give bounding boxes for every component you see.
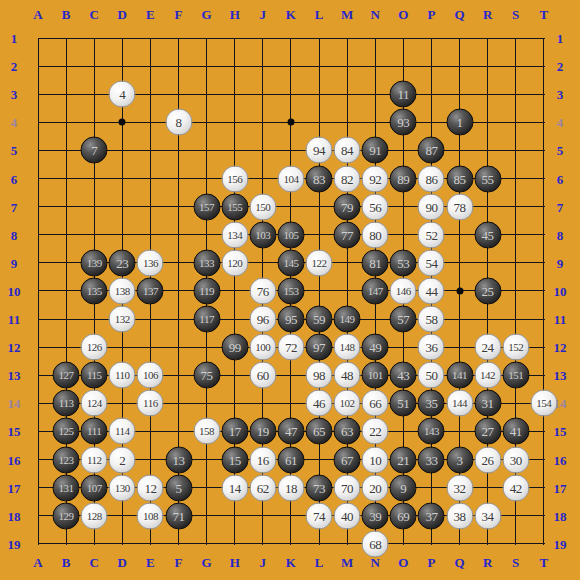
stone-move-number: 42 (510, 481, 522, 494)
coord-label-top-C: C (89, 8, 98, 21)
coord-label-left-13: 13 (8, 369, 21, 382)
stone-white-M14: 102 (334, 390, 361, 417)
stone-white-D15: 114 (109, 418, 136, 445)
stone-move-number: 58 (425, 313, 437, 326)
stone-white-M13: 48 (334, 362, 361, 389)
coord-label-top-E: E (146, 8, 155, 21)
stone-white-N15: 22 (362, 418, 389, 445)
coord-label-left-16: 16 (8, 453, 21, 466)
stone-move-number: 108 (143, 510, 158, 521)
coord-label-bottom-S: S (512, 556, 519, 569)
stone-black-P18: 37 (418, 502, 445, 529)
stone-move-number: 38 (454, 509, 466, 522)
stone-move-number: 142 (480, 370, 495, 381)
stone-move-number: 90 (425, 200, 437, 213)
coord-label-right-1: 1 (557, 32, 564, 45)
stone-move-number: 85 (454, 172, 466, 185)
stone-black-C13: 115 (81, 362, 108, 389)
stone-white-C18: 128 (81, 502, 108, 529)
stone-black-G9: 133 (193, 249, 220, 276)
stone-move-number: 27 (482, 425, 494, 438)
stone-move-number: 129 (59, 510, 74, 521)
stone-move-number: 135 (87, 285, 102, 296)
stone-white-H6: 156 (221, 165, 248, 192)
stone-black-C5: 7 (81, 137, 108, 164)
stone-move-number: 46 (313, 397, 325, 410)
stone-move-number: 12 (144, 481, 156, 494)
stone-move-number: 156 (227, 173, 242, 184)
stone-move-number: 119 (199, 285, 214, 296)
stone-move-number: 16 (257, 453, 269, 466)
coord-label-top-K: K (286, 8, 296, 21)
stone-move-number: 103 (255, 229, 270, 240)
stone-move-number: 93 (397, 116, 409, 129)
stone-black-R10: 25 (474, 277, 501, 304)
stone-white-Q18: 38 (446, 502, 473, 529)
stone-move-number: 7 (91, 144, 97, 157)
stone-white-R18: 34 (474, 502, 501, 529)
coord-label-top-A: A (33, 8, 42, 21)
stone-white-Q7: 78 (446, 193, 473, 220)
stone-black-M7: 79 (334, 193, 361, 220)
stone-black-M8: 77 (334, 221, 361, 248)
coord-label-bottom-N: N (370, 556, 379, 569)
stone-move-number: 144 (452, 398, 467, 409)
stone-black-G10: 119 (193, 277, 220, 304)
stone-move-number: 147 (368, 285, 383, 296)
coord-label-right-18: 18 (554, 509, 567, 522)
coord-label-bottom-R: R (483, 556, 492, 569)
stone-black-M16: 67 (334, 446, 361, 473)
stone-white-L18: 74 (306, 502, 333, 529)
stone-white-S16: 30 (502, 446, 529, 473)
stone-black-K11: 95 (277, 306, 304, 333)
go-board[interactable]: AABBCCDDEEFFGGHHJJKKLLMMNNOOPPQQRRSSTT11… (0, 0, 580, 580)
stone-white-D17: 130 (109, 474, 136, 501)
stone-black-P14: 35 (418, 390, 445, 417)
coord-label-left-15: 15 (8, 425, 21, 438)
stone-white-P11: 58 (418, 306, 445, 333)
coord-label-right-11: 11 (554, 313, 566, 326)
stone-black-G13: 75 (193, 362, 220, 389)
hoshi-dot-Q10 (456, 287, 463, 294)
stone-move-number: 56 (369, 200, 381, 213)
stone-white-T14: 154 (530, 390, 557, 417)
stone-white-D10: 138 (109, 277, 136, 304)
coord-label-top-B: B (62, 8, 71, 21)
coord-label-top-T: T (539, 8, 548, 21)
stone-white-P13: 50 (418, 362, 445, 389)
stone-move-number: 81 (369, 256, 381, 269)
stone-black-P15: 143 (418, 418, 445, 445)
stone-black-O9: 53 (390, 249, 417, 276)
stone-move-number: 82 (341, 172, 353, 185)
stone-white-M18: 40 (334, 502, 361, 529)
stone-black-L15: 65 (306, 418, 333, 445)
hoshi-dot-D4 (119, 119, 126, 126)
coord-label-bottom-T: T (539, 556, 548, 569)
coord-label-top-O: O (398, 8, 408, 21)
stone-white-K17: 18 (277, 474, 304, 501)
stone-move-number: 71 (173, 509, 185, 522)
stone-move-number: 148 (340, 342, 355, 353)
stone-black-Q6: 85 (446, 165, 473, 192)
stone-move-number: 120 (227, 257, 242, 268)
stone-move-number: 13 (173, 453, 185, 466)
coord-label-left-7: 7 (11, 200, 18, 213)
stone-black-B17: 131 (53, 474, 80, 501)
stone-move-number: 130 (115, 482, 130, 493)
stone-white-D13: 110 (109, 362, 136, 389)
stone-move-number: 101 (368, 370, 383, 381)
stone-white-P7: 90 (418, 193, 445, 220)
stone-white-K12: 72 (277, 334, 304, 361)
coord-label-right-8: 8 (557, 228, 564, 241)
stone-move-number: 113 (59, 398, 74, 409)
coord-label-left-10: 10 (8, 284, 21, 297)
coord-label-right-16: 16 (554, 453, 567, 466)
stone-move-number: 122 (312, 257, 327, 268)
stone-move-number: 62 (257, 481, 269, 494)
stone-black-K15: 47 (277, 418, 304, 445)
coord-label-top-N: N (370, 8, 379, 21)
coord-label-right-5: 5 (557, 144, 564, 157)
stone-move-number: 41 (510, 425, 522, 438)
stone-move-number: 137 (143, 285, 158, 296)
stone-white-M6: 82 (334, 165, 361, 192)
stone-move-number: 154 (536, 398, 551, 409)
stone-move-number: 92 (369, 172, 381, 185)
stone-move-number: 80 (369, 228, 381, 241)
stone-black-L12: 97 (306, 334, 333, 361)
coord-label-bottom-G: G (202, 556, 212, 569)
coord-label-bottom-F: F (175, 556, 183, 569)
stone-move-number: 83 (313, 172, 325, 185)
stone-move-number: 37 (425, 509, 437, 522)
stone-black-H12: 99 (221, 334, 248, 361)
stone-white-E9: 136 (137, 249, 164, 276)
stone-move-number: 20 (369, 481, 381, 494)
stone-move-number: 54 (425, 256, 437, 269)
stone-move-number: 70 (341, 481, 353, 494)
stone-white-O10: 146 (390, 277, 417, 304)
stone-move-number: 111 (87, 426, 101, 437)
stone-white-N14: 66 (362, 390, 389, 417)
stone-black-H7: 155 (221, 193, 248, 220)
stone-move-number: 146 (396, 285, 411, 296)
stone-white-E17: 12 (137, 474, 164, 501)
stone-move-number: 134 (227, 229, 242, 240)
stone-white-C16: 112 (81, 446, 108, 473)
coord-label-right-3: 3 (557, 88, 564, 101)
stone-move-number: 15 (229, 453, 241, 466)
stone-black-N5: 91 (362, 137, 389, 164)
stone-black-P5: 87 (418, 137, 445, 164)
coord-label-bottom-Q: Q (454, 556, 464, 569)
stone-black-N12: 49 (362, 334, 389, 361)
coord-label-right-7: 7 (557, 200, 564, 213)
coord-label-bottom-B: B (62, 556, 71, 569)
stone-move-number: 150 (255, 201, 270, 212)
grid-line-horizontal (38, 150, 545, 151)
coord-label-left-6: 6 (11, 172, 18, 185)
stone-black-H16: 15 (221, 446, 248, 473)
stone-black-B13: 127 (53, 362, 80, 389)
stone-black-O3: 11 (390, 81, 417, 108)
stone-move-number: 133 (199, 257, 214, 268)
stone-black-L6: 83 (306, 165, 333, 192)
stone-white-N8: 80 (362, 221, 389, 248)
stone-move-number: 126 (87, 342, 102, 353)
stone-black-N18: 39 (362, 502, 389, 529)
stone-move-number: 105 (283, 229, 298, 240)
stone-black-B14: 113 (53, 390, 80, 417)
coord-label-top-R: R (483, 8, 492, 21)
stone-move-number: 98 (313, 369, 325, 382)
go-kifu-diagram: { "game": "go", "board_size": 19, "colum… (0, 0, 580, 580)
stone-white-R13: 142 (474, 362, 501, 389)
stone-move-number: 14 (229, 481, 241, 494)
stone-move-number: 33 (425, 453, 437, 466)
coord-label-top-S: S (512, 8, 519, 21)
stone-move-number: 57 (397, 313, 409, 326)
stone-move-number: 31 (482, 397, 494, 410)
stone-black-O13: 43 (390, 362, 417, 389)
stone-move-number: 141 (452, 370, 467, 381)
stone-white-K6: 104 (277, 165, 304, 192)
stone-black-R8: 45 (474, 221, 501, 248)
stone-black-J8: 103 (249, 221, 276, 248)
stone-black-O11: 57 (390, 306, 417, 333)
coord-label-left-2: 2 (11, 60, 18, 73)
stone-move-number: 79 (341, 200, 353, 213)
coord-label-right-12: 12 (554, 341, 567, 354)
coord-label-right-19: 19 (554, 537, 567, 550)
stone-white-L13: 98 (306, 362, 333, 389)
stone-move-number: 143 (424, 426, 439, 437)
stone-move-number: 94 (313, 144, 325, 157)
coord-label-right-9: 9 (557, 256, 564, 269)
stone-white-G15: 158 (193, 418, 220, 445)
stone-move-number: 36 (425, 341, 437, 354)
stone-move-number: 5 (176, 481, 182, 494)
stone-move-number: 8 (176, 116, 182, 129)
stone-move-number: 145 (283, 257, 298, 268)
coord-label-top-H: H (230, 8, 240, 21)
stone-black-K9: 145 (277, 249, 304, 276)
stone-move-number: 9 (400, 481, 406, 494)
stone-white-J13: 60 (249, 362, 276, 389)
stone-move-number: 114 (115, 426, 130, 437)
stone-move-number: 107 (87, 482, 102, 493)
coord-label-right-17: 17 (554, 481, 567, 494)
stone-move-number: 3 (457, 453, 463, 466)
stone-move-number: 24 (482, 341, 494, 354)
stone-move-number: 72 (285, 341, 297, 354)
stone-move-number: 35 (425, 397, 437, 410)
stone-move-number: 22 (369, 425, 381, 438)
stone-move-number: 45 (482, 228, 494, 241)
stone-black-O16: 21 (390, 446, 417, 473)
stone-move-number: 104 (283, 173, 298, 184)
stone-white-S17: 42 (502, 474, 529, 501)
stone-move-number: 18 (285, 481, 297, 494)
stone-black-N9: 81 (362, 249, 389, 276)
stone-move-number: 52 (425, 228, 437, 241)
coord-label-top-M: M (341, 8, 353, 21)
stone-move-number: 40 (341, 509, 353, 522)
stone-black-L11: 59 (306, 306, 333, 333)
stone-black-G11: 117 (193, 306, 220, 333)
stone-white-N17: 20 (362, 474, 389, 501)
stone-white-J12: 100 (249, 334, 276, 361)
stone-white-C14: 124 (81, 390, 108, 417)
stone-white-P8: 52 (418, 221, 445, 248)
stone-move-number: 97 (313, 341, 325, 354)
stone-black-K10: 153 (277, 277, 304, 304)
stone-move-number: 110 (115, 370, 130, 381)
coord-label-left-9: 9 (11, 256, 18, 269)
coord-label-left-1: 1 (11, 32, 18, 45)
stone-move-number: 153 (283, 285, 298, 296)
stone-white-E13: 106 (137, 362, 164, 389)
coord-label-left-14: 14 (8, 397, 21, 410)
stone-move-number: 61 (285, 453, 297, 466)
stone-black-B15: 125 (53, 418, 80, 445)
coord-label-bottom-C: C (89, 556, 98, 569)
stone-black-K8: 105 (277, 221, 304, 248)
stone-white-H17: 14 (221, 474, 248, 501)
stone-black-M15: 63 (334, 418, 361, 445)
stone-move-number: 151 (508, 370, 523, 381)
stone-move-number: 63 (341, 425, 353, 438)
stone-move-number: 49 (369, 341, 381, 354)
stone-black-N13: 101 (362, 362, 389, 389)
stone-move-number: 91 (369, 144, 381, 157)
stone-black-R15: 27 (474, 418, 501, 445)
stone-move-number: 39 (369, 509, 381, 522)
hoshi-dot-K4 (287, 119, 294, 126)
stone-black-S15: 41 (502, 418, 529, 445)
coord-label-right-4: 4 (557, 116, 564, 129)
stone-move-number: 30 (510, 453, 522, 466)
coord-label-left-17: 17 (8, 481, 21, 494)
stone-move-number: 34 (482, 509, 494, 522)
stone-black-S13: 151 (502, 362, 529, 389)
coord-label-bottom-H: H (230, 556, 240, 569)
stone-move-number: 60 (257, 369, 269, 382)
stone-move-number: 139 (87, 257, 102, 268)
stone-black-F16: 13 (165, 446, 192, 473)
stone-black-F18: 71 (165, 502, 192, 529)
stone-white-J7: 150 (249, 193, 276, 220)
stone-white-P6: 86 (418, 165, 445, 192)
stone-black-G7: 157 (193, 193, 220, 220)
stone-move-number: 76 (257, 284, 269, 297)
stone-black-C9: 139 (81, 249, 108, 276)
stone-white-P12: 36 (418, 334, 445, 361)
grid-line-vertical (319, 38, 320, 545)
stone-white-C12: 126 (81, 334, 108, 361)
stone-white-R12: 24 (474, 334, 501, 361)
coord-label-bottom-A: A (33, 556, 42, 569)
stone-black-R14: 31 (474, 390, 501, 417)
coord-label-bottom-L: L (315, 556, 324, 569)
grid-line-vertical (38, 38, 39, 545)
stone-move-number: 125 (59, 426, 74, 437)
stone-white-J16: 16 (249, 446, 276, 473)
stone-white-M12: 148 (334, 334, 361, 361)
stone-black-P16: 33 (418, 446, 445, 473)
stone-move-number: 48 (341, 369, 353, 382)
stone-black-O6: 89 (390, 165, 417, 192)
stone-move-number: 10 (369, 453, 381, 466)
stone-white-J10: 76 (249, 277, 276, 304)
coord-label-left-3: 3 (11, 88, 18, 101)
stone-white-L9: 122 (306, 249, 333, 276)
stone-black-O17: 9 (390, 474, 417, 501)
stone-move-number: 73 (313, 481, 325, 494)
stone-white-F4: 8 (165, 109, 192, 136)
stone-black-C17: 107 (81, 474, 108, 501)
stone-move-number: 128 (87, 510, 102, 521)
coord-label-bottom-J: J (260, 556, 267, 569)
coord-label-top-F: F (175, 8, 183, 21)
stone-white-M17: 70 (334, 474, 361, 501)
stone-black-L17: 73 (306, 474, 333, 501)
stone-black-N10: 147 (362, 277, 389, 304)
coord-label-top-Q: Q (454, 8, 464, 21)
stone-black-J15: 19 (249, 418, 276, 445)
stone-white-D16: 2 (109, 446, 136, 473)
stone-move-number: 23 (116, 256, 128, 269)
stone-white-E14: 116 (137, 390, 164, 417)
stone-white-H9: 120 (221, 249, 248, 276)
stone-white-D11: 132 (109, 306, 136, 333)
stone-black-E10: 137 (137, 277, 164, 304)
stone-move-number: 102 (340, 398, 355, 409)
stone-black-F17: 5 (165, 474, 192, 501)
stone-black-M11: 149 (334, 306, 361, 333)
grid-line-horizontal (38, 66, 545, 67)
stone-move-number: 155 (227, 201, 242, 212)
stone-black-O4: 93 (390, 109, 417, 136)
coord-label-left-11: 11 (8, 313, 20, 326)
stone-black-Q4: 1 (446, 109, 473, 136)
stone-white-N16: 10 (362, 446, 389, 473)
stone-white-E18: 108 (137, 502, 164, 529)
stone-move-number: 43 (397, 369, 409, 382)
stone-move-number: 136 (143, 257, 158, 268)
stone-white-P9: 54 (418, 249, 445, 276)
stone-move-number: 158 (199, 426, 214, 437)
stone-move-number: 84 (341, 144, 353, 157)
stone-white-S12: 152 (502, 334, 529, 361)
stone-move-number: 59 (313, 313, 325, 326)
stone-move-number: 132 (115, 314, 130, 325)
stone-move-number: 131 (59, 482, 74, 493)
coord-label-bottom-E: E (146, 556, 155, 569)
stone-move-number: 67 (341, 453, 353, 466)
stone-move-number: 89 (397, 172, 409, 185)
coord-label-top-G: G (202, 8, 212, 21)
coord-label-left-5: 5 (11, 144, 18, 157)
stone-move-number: 65 (313, 425, 325, 438)
stone-move-number: 100 (255, 342, 270, 353)
coord-label-bottom-K: K (286, 556, 296, 569)
stone-move-number: 157 (199, 201, 214, 212)
stone-move-number: 2 (119, 453, 125, 466)
